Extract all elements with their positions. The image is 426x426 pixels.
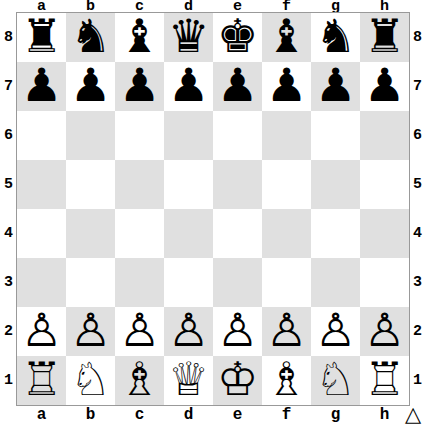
black-pawn-icon: ♟ <box>119 62 160 110</box>
black-knight-icon: ♞ <box>315 13 356 61</box>
square-e7[interactable]: ♟ <box>213 62 262 111</box>
square-a2[interactable]: ♙ <box>17 307 66 356</box>
white-knight-icon: ♘ <box>315 356 356 404</box>
rank-label-1: 1 <box>0 356 17 405</box>
square-b7[interactable]: ♟ <box>66 62 115 111</box>
square-a3[interactable] <box>17 258 66 307</box>
square-c8[interactable]: ♝ <box>115 13 164 62</box>
black-pawn-icon: ♟ <box>70 62 111 110</box>
square-f2[interactable]: ♙ <box>262 307 311 356</box>
file-label-a: a <box>17 405 66 426</box>
square-h8[interactable]: ♜ <box>360 13 409 62</box>
square-h6[interactable] <box>360 111 409 160</box>
white-knight-icon: ♘ <box>70 356 111 404</box>
square-a6[interactable] <box>17 111 66 160</box>
white-pawn-icon: ♙ <box>217 307 258 355</box>
square-c5[interactable] <box>115 160 164 209</box>
rank-label-6: 6 <box>409 111 426 160</box>
black-bishop-icon: ♝ <box>266 13 307 61</box>
square-f4[interactable] <box>262 209 311 258</box>
file-label-b: b <box>66 405 115 426</box>
rank-label-7: 7 <box>0 62 17 111</box>
file-labels-bottom: abcdefgh <box>17 405 409 426</box>
square-h2[interactable]: ♙ <box>360 307 409 356</box>
white-queen-icon: ♕ <box>168 356 209 404</box>
white-rook-icon: ♖ <box>364 356 405 404</box>
square-g7[interactable]: ♟ <box>311 62 360 111</box>
black-pawn-icon: ♟ <box>315 62 356 110</box>
rank-label-7: 7 <box>409 62 426 111</box>
square-c1[interactable]: ♗ <box>115 356 164 405</box>
rank-label-1: 1 <box>409 356 426 405</box>
square-b6[interactable] <box>66 111 115 160</box>
rank-label-6: 6 <box>0 111 17 160</box>
black-queen-icon: ♛ <box>168 13 209 61</box>
square-f7[interactable]: ♟ <box>262 62 311 111</box>
black-knight-icon: ♞ <box>70 13 111 61</box>
square-a5[interactable] <box>17 160 66 209</box>
rank-label-4: 4 <box>0 209 17 258</box>
square-e6[interactable] <box>213 111 262 160</box>
chess-diagram: abcdefgh 87654321 ♜♞♝♛♚♝♞♜♟♟♟♟♟♟♟♟♙♙♙♙♙♙… <box>0 0 426 426</box>
square-e5[interactable] <box>213 160 262 209</box>
black-king-icon: ♚ <box>217 13 258 61</box>
square-b1[interactable]: ♘ <box>66 356 115 405</box>
square-h1[interactable]: ♖ <box>360 356 409 405</box>
square-h4[interactable] <box>360 209 409 258</box>
white-king-icon: ♔ <box>217 356 258 404</box>
square-h3[interactable] <box>360 258 409 307</box>
square-b3[interactable] <box>66 258 115 307</box>
square-g8[interactable]: ♞ <box>311 13 360 62</box>
white-pawn-icon: ♙ <box>315 307 356 355</box>
square-f3[interactable] <box>262 258 311 307</box>
square-e3[interactable] <box>213 258 262 307</box>
square-h7[interactable]: ♟ <box>360 62 409 111</box>
white-pawn-icon: ♙ <box>266 307 307 355</box>
square-a1[interactable]: ♖ <box>17 356 66 405</box>
rank-label-8: 8 <box>409 13 426 62</box>
square-a4[interactable] <box>17 209 66 258</box>
rank-label-3: 3 <box>0 258 17 307</box>
square-b8[interactable]: ♞ <box>66 13 115 62</box>
rank-labels-left: 87654321 <box>0 13 17 405</box>
file-label-d: d <box>164 405 213 426</box>
file-label-c: c <box>115 405 164 426</box>
square-d3[interactable] <box>164 258 213 307</box>
square-b4[interactable] <box>66 209 115 258</box>
square-d5[interactable] <box>164 160 213 209</box>
square-g2[interactable]: ♙ <box>311 307 360 356</box>
square-b2[interactable]: ♙ <box>66 307 115 356</box>
square-c7[interactable]: ♟ <box>115 62 164 111</box>
rank-label-3: 3 <box>409 258 426 307</box>
square-f1[interactable]: ♗ <box>262 356 311 405</box>
square-d1[interactable]: ♕ <box>164 356 213 405</box>
square-d4[interactable] <box>164 209 213 258</box>
white-pawn-icon: ♙ <box>168 307 209 355</box>
square-g3[interactable] <box>311 258 360 307</box>
square-f6[interactable] <box>262 111 311 160</box>
square-c3[interactable] <box>115 258 164 307</box>
square-g5[interactable] <box>311 160 360 209</box>
square-d8[interactable]: ♛ <box>164 13 213 62</box>
square-d2[interactable]: ♙ <box>164 307 213 356</box>
file-label-e: e <box>213 405 262 426</box>
white-to-move-indicator: △ <box>402 402 424 426</box>
rank-labels-right: 87654321 <box>409 13 426 405</box>
black-pawn-icon: ♟ <box>217 62 258 110</box>
white-pawn-icon: ♙ <box>21 307 62 355</box>
square-g1[interactable]: ♘ <box>311 356 360 405</box>
rank-label-5: 5 <box>0 160 17 209</box>
square-e2[interactable]: ♙ <box>213 307 262 356</box>
square-c6[interactable] <box>115 111 164 160</box>
square-c4[interactable] <box>115 209 164 258</box>
black-rook-icon: ♜ <box>21 13 62 61</box>
rank-label-4: 4 <box>409 209 426 258</box>
board: ♜♞♝♛♚♝♞♜♟♟♟♟♟♟♟♟♙♙♙♙♙♙♙♙♖♘♗♕♔♗♘♖ <box>16 12 410 406</box>
square-d6[interactable] <box>164 111 213 160</box>
black-rook-icon: ♜ <box>364 13 405 61</box>
black-pawn-icon: ♟ <box>168 62 209 110</box>
square-h5[interactable] <box>360 160 409 209</box>
square-f8[interactable]: ♝ <box>262 13 311 62</box>
white-pawn-icon: ♙ <box>119 307 160 355</box>
square-a7[interactable]: ♟ <box>17 62 66 111</box>
square-g4[interactable] <box>311 209 360 258</box>
black-pawn-icon: ♟ <box>364 62 405 110</box>
rank-label-2: 2 <box>0 307 17 356</box>
square-b5[interactable] <box>66 160 115 209</box>
rank-label-2: 2 <box>409 307 426 356</box>
white-pawn-icon: ♙ <box>364 307 405 355</box>
white-pawn-icon: ♙ <box>70 307 111 355</box>
file-label-f: f <box>262 405 311 426</box>
square-d7[interactable]: ♟ <box>164 62 213 111</box>
black-pawn-icon: ♟ <box>21 62 62 110</box>
black-pawn-icon: ♟ <box>266 62 307 110</box>
square-e4[interactable] <box>213 209 262 258</box>
square-c2[interactable]: ♙ <box>115 307 164 356</box>
white-bishop-icon: ♗ <box>266 356 307 404</box>
white-rook-icon: ♖ <box>21 356 62 404</box>
square-f5[interactable] <box>262 160 311 209</box>
white-bishop-icon: ♗ <box>119 356 160 404</box>
black-bishop-icon: ♝ <box>119 13 160 61</box>
rank-label-5: 5 <box>409 160 426 209</box>
square-e1[interactable]: ♔ <box>213 356 262 405</box>
rank-label-8: 8 <box>0 13 17 62</box>
square-g6[interactable] <box>311 111 360 160</box>
square-e8[interactable]: ♚ <box>213 13 262 62</box>
file-label-g: g <box>311 405 360 426</box>
square-a8[interactable]: ♜ <box>17 13 66 62</box>
